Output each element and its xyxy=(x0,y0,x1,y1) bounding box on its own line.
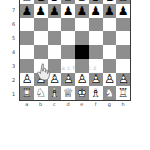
piece-glyph: ♝ xyxy=(49,0,60,3)
piece-black-pawn[interactable]: ♟ xyxy=(48,4,62,18)
piece-glyph: ♟ xyxy=(49,5,60,17)
square-f6[interactable] xyxy=(89,18,103,32)
file-labels: abcdefgh xyxy=(20,101,130,108)
file-label-b: b xyxy=(34,101,48,108)
piece-white-rook[interactable]: ♜♖ xyxy=(20,86,34,100)
square-a7[interactable]: ♟ xyxy=(20,4,34,18)
square-h4[interactable] xyxy=(116,45,130,59)
square-g5[interactable] xyxy=(103,31,117,45)
square-c1[interactable]: ♝♗ xyxy=(48,86,62,100)
piece-glyph: ♟ xyxy=(90,5,101,17)
piece-glyph: ♚ xyxy=(76,0,87,3)
piece-black-pawn[interactable]: ♟ xyxy=(89,4,103,18)
square-f7[interactable]: ♟ xyxy=(89,4,103,18)
square-g6[interactable] xyxy=(103,18,117,32)
piece-outline: ♘ xyxy=(104,87,115,99)
piece-black-pawn[interactable]: ♟ xyxy=(20,4,34,18)
square-c7[interactable]: ♟ xyxy=(48,4,62,18)
square-d1[interactable]: ♛♕ xyxy=(61,86,75,100)
piece-white-pawn[interactable]: ♟♙ xyxy=(61,73,75,87)
piece-glyph: ♞ xyxy=(35,0,46,3)
piece-glyph: ♟ xyxy=(104,5,115,17)
square-a2[interactable]: ♟♙ xyxy=(20,73,34,87)
square-b1[interactable]: ♞♘ xyxy=(34,86,48,100)
piece-outline: ♕ xyxy=(63,87,74,99)
square-f4[interactable] xyxy=(89,45,103,59)
piece-glyph: ♛ xyxy=(63,0,74,3)
piece-outline: ♙ xyxy=(76,73,87,85)
square-h6[interactable] xyxy=(116,18,130,32)
piece-outline: ♙ xyxy=(104,73,115,85)
piece-black-pawn[interactable]: ♟ xyxy=(116,4,130,18)
square-f2[interactable]: ♟♙ xyxy=(89,73,103,87)
file-label-d: d xyxy=(61,101,75,108)
file-label-g: g xyxy=(103,101,117,108)
square-e5[interactable] xyxy=(75,31,89,45)
piece-glyph: ♜ xyxy=(118,0,129,3)
rank-label-6: 6 xyxy=(9,17,18,31)
rank-label-5: 5 xyxy=(9,31,18,45)
square-c4[interactable] xyxy=(48,45,62,59)
square-h1[interactable]: ♜♖ xyxy=(116,86,130,100)
square-f5[interactable] xyxy=(89,31,103,45)
square-e7[interactable]: ♟ xyxy=(75,4,89,18)
piece-outline: ♙ xyxy=(118,73,129,85)
square-d6[interactable] xyxy=(61,18,75,32)
piece-white-queen[interactable]: ♛♕ xyxy=(61,86,75,100)
square-e1[interactable]: ♚♔ xyxy=(75,86,89,100)
square-g2[interactable]: ♟♙ xyxy=(103,73,117,87)
square-c6[interactable] xyxy=(48,18,62,32)
square-e6[interactable] xyxy=(75,18,89,32)
rank-label-7: 7 xyxy=(9,3,18,17)
rank-label-4: 4 xyxy=(9,45,18,59)
board: ♜♞♝♛♚♝♞♜♟♟♟♟♟♟♟♟♟♙♟♙♟♙♟♙♟♙♟♙♟♙♟♙♜♖♞♘♝♗♛♕… xyxy=(19,0,131,101)
piece-outline: ♔ xyxy=(76,87,87,99)
piece-outline: ♙ xyxy=(90,73,101,85)
square-g3[interactable] xyxy=(103,59,117,73)
square-g1[interactable]: ♞♘ xyxy=(103,86,117,100)
piece-black-pawn[interactable]: ♟ xyxy=(34,4,48,18)
piece-glyph: ♟ xyxy=(21,5,32,17)
piece-glyph: ♟ xyxy=(63,5,74,17)
square-h3[interactable] xyxy=(116,59,130,73)
file-label-f: f xyxy=(89,101,103,108)
piece-white-pawn[interactable]: ♟♙ xyxy=(116,73,130,87)
chess-diagram: 87654321 ♜♞♝♛♚♝♞♜♟♟♟♟♟♟♟♟♟♙♟♙♟♙♟♙♟♙♟♙♟♙♟… xyxy=(0,0,150,150)
square-a1[interactable]: ♜♖ xyxy=(20,86,34,100)
piece-white-bishop[interactable]: ♝♗ xyxy=(48,86,62,100)
square-a6[interactable] xyxy=(20,18,34,32)
piece-white-knight[interactable]: ♞♘ xyxy=(34,86,48,100)
piece-black-pawn[interactable]: ♟ xyxy=(61,4,75,18)
rank-label-3: 3 xyxy=(9,59,18,73)
piece-white-rook[interactable]: ♜♖ xyxy=(116,86,130,100)
rank-label-1: 1 xyxy=(9,87,18,101)
square-d4[interactable] xyxy=(61,45,75,59)
square-d2[interactable]: ♟♙ xyxy=(61,73,75,87)
square-h7[interactable]: ♟ xyxy=(116,4,130,18)
piece-white-pawn[interactable]: ♟♙ xyxy=(103,73,117,87)
square-g4[interactable] xyxy=(103,45,117,59)
file-label-h: h xyxy=(116,101,130,108)
square-a4[interactable] xyxy=(20,45,34,59)
file-label-a: a xyxy=(20,101,34,108)
piece-white-pawn[interactable]: ♟♙ xyxy=(89,73,103,87)
file-label-e: e xyxy=(75,101,89,108)
piece-white-knight[interactable]: ♞♘ xyxy=(103,86,117,100)
piece-outline: ♖ xyxy=(118,87,129,99)
square-a5[interactable] xyxy=(20,31,34,45)
square-b7[interactable]: ♟ xyxy=(34,4,48,18)
piece-outline: ♗ xyxy=(49,87,60,99)
piece-white-bishop[interactable]: ♝♗ xyxy=(89,86,103,100)
square-f1[interactable]: ♝♗ xyxy=(89,86,103,100)
square-c5[interactable] xyxy=(48,31,62,45)
piece-glyph: ♞ xyxy=(104,0,115,3)
square-g7[interactable]: ♟ xyxy=(103,4,117,18)
square-d7[interactable]: ♟ xyxy=(61,4,75,18)
piece-glyph: ♟ xyxy=(118,5,129,17)
file-label-c: c xyxy=(48,101,62,108)
piece-glyph: ♟ xyxy=(35,5,46,17)
piece-glyph: ♝ xyxy=(90,0,101,3)
piece-glyph: ♜ xyxy=(21,0,32,3)
square-b5[interactable] xyxy=(34,31,48,45)
piece-outline: ♗ xyxy=(90,87,101,99)
square-b4[interactable] xyxy=(34,45,48,59)
piece-outline: ♙ xyxy=(63,73,74,85)
piece-outline: ♘ xyxy=(35,87,46,99)
square-h5[interactable] xyxy=(116,31,130,45)
square-a3[interactable] xyxy=(20,59,34,73)
square-h2[interactable]: ♟♙ xyxy=(116,73,130,87)
rank-label-2: 2 xyxy=(9,73,18,87)
piece-outline: ♙ xyxy=(21,73,32,85)
piece-white-king[interactable]: ♚♔ xyxy=(75,86,89,100)
piece-black-pawn[interactable]: ♟ xyxy=(103,4,117,18)
square-e4[interactable] xyxy=(75,45,89,59)
rank-labels: 87654321 xyxy=(9,0,18,101)
watermark-text: sachy.cz xyxy=(56,64,99,71)
piece-outline: ♖ xyxy=(21,87,32,99)
square-e2[interactable]: ♟♙ xyxy=(75,73,89,87)
hand-cursor-icon xyxy=(35,62,53,82)
square-b6[interactable] xyxy=(34,18,48,32)
piece-white-pawn[interactable]: ♟♙ xyxy=(20,73,34,87)
piece-glyph: ♟ xyxy=(76,5,87,17)
square-d5[interactable] xyxy=(61,31,75,45)
piece-black-pawn[interactable]: ♟ xyxy=(75,4,89,18)
piece-white-pawn[interactable]: ♟♙ xyxy=(75,73,89,87)
piece-outline: ♙ xyxy=(49,73,60,85)
